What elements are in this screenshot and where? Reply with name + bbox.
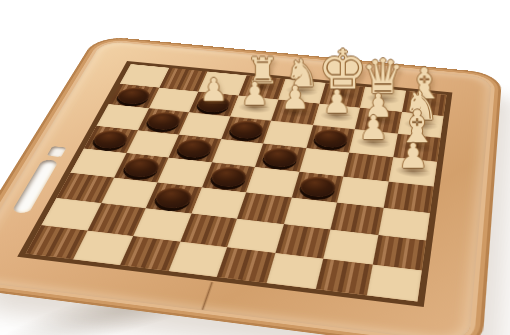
- square-d5: [212, 139, 264, 167]
- checker-piece: [208, 166, 249, 189]
- checker-piece: [115, 86, 154, 105]
- chess-piece-pawn: ♟: [359, 111, 389, 144]
- chess-piece-pawn: ♟: [322, 85, 351, 117]
- square-b4: [114, 153, 169, 182]
- checker-piece: [312, 128, 349, 149]
- chess-piece-pawn: ♟: [240, 77, 268, 109]
- square-g5: [343, 152, 393, 181]
- square-b7: [149, 87, 199, 112]
- square-g6: ♟: [349, 129, 397, 157]
- square-f7: ♟: [313, 103, 360, 129]
- folding-box-seam: [201, 282, 214, 310]
- square-c2: [133, 208, 191, 241]
- square-g2: [323, 230, 378, 265]
- square-e6: [263, 121, 312, 148]
- board-grid: ♜♞♚♛♝♟♟♟♟♟♞♟♝♟: [17, 61, 452, 307]
- square-g1: [316, 258, 372, 295]
- checker-piece: [152, 186, 195, 210]
- square-c4: [157, 158, 211, 188]
- checker-piece: [261, 147, 300, 169]
- board-3d-wrapper: ♜♞♚♛♝♟♟♟♟♟♞♟♝♟: [0, 41, 492, 335]
- chess-piece-pawn: ♟: [398, 139, 429, 173]
- chess-piece-pawn: ♟: [200, 73, 228, 105]
- checker-piece: [175, 138, 215, 159]
- checker-piece: [120, 156, 162, 178]
- square-e1: [217, 247, 275, 283]
- checker-piece: [90, 129, 131, 150]
- product-photo-scene: ♜♞♚♛♝♟♟♟♟♟♞♟♝♟: [0, 0, 510, 335]
- square-e5: [255, 143, 306, 172]
- chess-piece-pawn: ♟: [281, 81, 310, 113]
- square-h1: [366, 264, 422, 301]
- square-a1: [26, 225, 87, 259]
- square-e4: [246, 167, 299, 197]
- handle-notch-cutout: [47, 146, 67, 157]
- square-h3: [378, 207, 430, 240]
- checker-piece: [298, 175, 338, 198]
- wooden-board-border: ♜♞♚♛♝♟♟♟♟♟♞♟♝♟: [0, 41, 492, 335]
- square-f1: [266, 253, 323, 289]
- checker-piece: [227, 120, 265, 140]
- checker-piece: [144, 111, 183, 131]
- square-a4: [71, 148, 126, 177]
- square-d7: ♟: [230, 95, 279, 120]
